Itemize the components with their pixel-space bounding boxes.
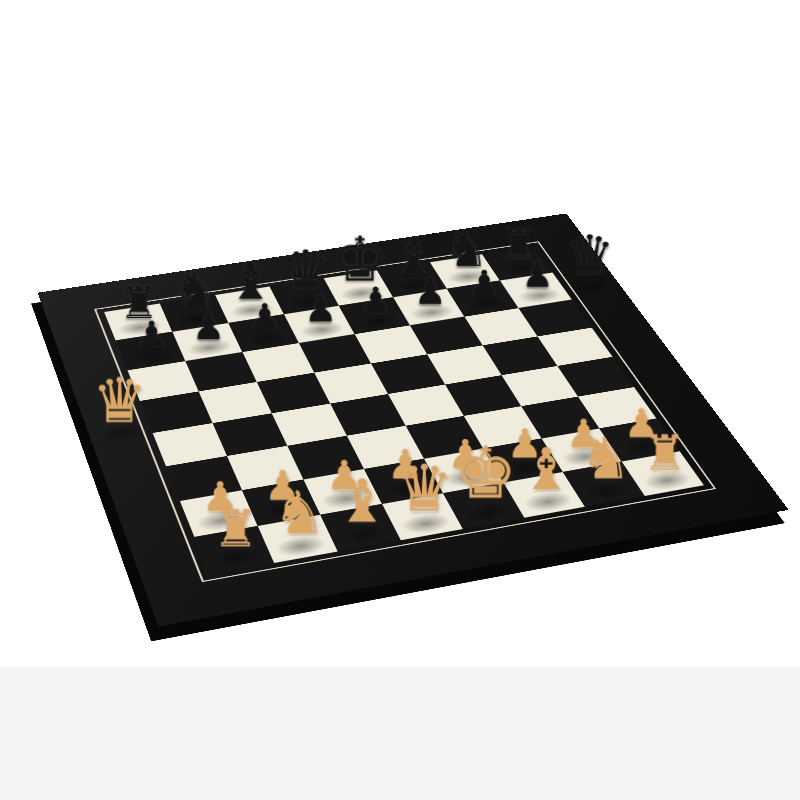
black-pawn[interactable]: ♟ [236, 259, 294, 336]
black-pawn[interactable]: ♟ [179, 267, 237, 345]
white-rook[interactable]: ♜ [633, 393, 696, 477]
white-knight[interactable]: ♞ [574, 403, 637, 488]
white-king[interactable]: ♚ [453, 423, 517, 509]
square-c1[interactable]: ♝ [320, 504, 401, 552]
white-rook[interactable]: ♜ [203, 466, 269, 554]
black-pawn[interactable]: ♟ [122, 276, 181, 354]
white-queen[interactable]: ♛ [392, 434, 457, 520]
white-bishop[interactable]: ♝ [330, 444, 395, 531]
photo-scene: ♜♞♝♛♚♝♞♜♟♟♟♟♟♟♟♟♟♟♟♟♟♟♟♟♜♞♝♛♚♝♞♜ ♛ ♛ [0, 0, 800, 800]
black-pawn[interactable]: ♟ [292, 250, 350, 327]
extra-white-queen[interactable]: ♛ [89, 349, 150, 431]
playing-field: ♜♞♝♛♚♝♞♜♟♟♟♟♟♟♟♟♟♟♟♟♟♟♟♟♜♞♝♛♚♝♞♜ [104, 246, 704, 575]
black-pawn[interactable]: ♟ [347, 242, 404, 318]
extra-white-queen-slot: ♛ [82, 406, 155, 448]
black-pawn[interactable]: ♟ [456, 226, 513, 301]
chess-set-photo: ♜♞♝♛♚♝♞♜♟♟♟♟♟♟♟♟♟♟♟♟♟♟♟♟♜♞♝♛♚♝♞♜ ♛ ♛ [0, 0, 800, 800]
chess-board: ♜♞♝♛♚♝♞♜♟♟♟♟♟♟♟♟♟♟♟♟♟♟♟♟♜♞♝♛♚♝♞♜ ♛ ♛ [38, 213, 789, 626]
extra-black-queen[interactable]: ♛ [562, 209, 618, 284]
black-pawn[interactable]: ♟ [402, 234, 459, 310]
white-knight[interactable]: ♞ [266, 455, 332, 542]
black-pawn[interactable]: ♟ [509, 218, 565, 293]
white-bishop[interactable]: ♝ [514, 413, 578, 498]
